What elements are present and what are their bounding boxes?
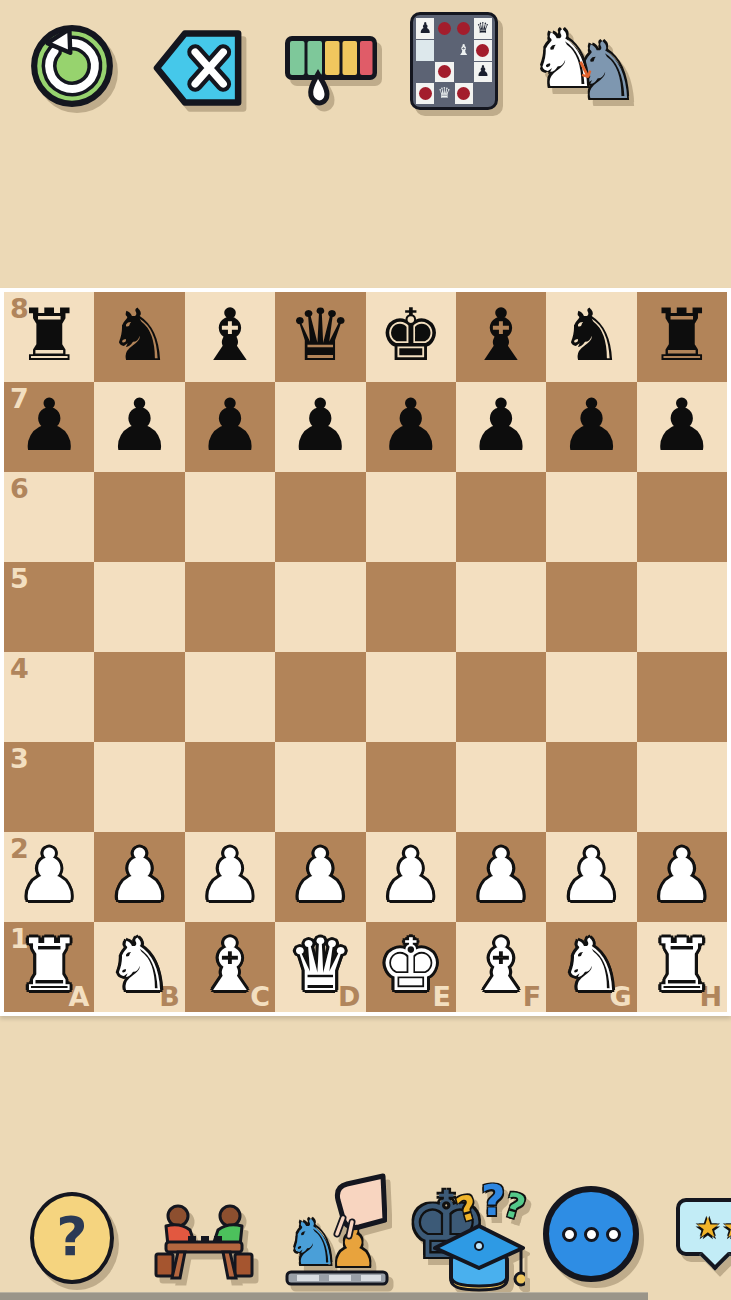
- help-button[interactable]: ?: [30, 1192, 114, 1284]
- square-e6[interactable]: [366, 472, 456, 562]
- black-rook[interactable]: ♜: [4, 290, 94, 380]
- black-pawn[interactable]: ♟: [275, 380, 365, 470]
- white-pawn[interactable]: ♟: [637, 830, 727, 920]
- square-b3[interactable]: [94, 742, 184, 832]
- make-move-button[interactable]: ♞ ♟: [285, 1176, 389, 1290]
- rank-label: 6: [10, 475, 29, 502]
- board-edge-icon: [285, 1270, 389, 1290]
- hint-meter-icon: [281, 99, 381, 118]
- mini-cell: [435, 40, 453, 61]
- square-g2[interactable]: ♟: [546, 832, 636, 922]
- square-f2[interactable]: ♟: [456, 832, 546, 922]
- square-h1[interactable]: H♜: [637, 922, 727, 1012]
- white-pawn[interactable]: ♟: [185, 830, 275, 920]
- square-g4[interactable]: [546, 652, 636, 742]
- chess-board-frame: 8♜♞♝♛♚♝♞♜7♟♟♟♟♟♟♟♟65432♟♟♟♟♟♟♟♟1A♜B♞C♝D♛…: [0, 288, 731, 1016]
- black-queen[interactable]: ♛: [275, 290, 365, 380]
- square-a3[interactable]: 3: [4, 742, 94, 832]
- square-c8[interactable]: ♝: [185, 292, 275, 382]
- black-pawn[interactable]: ♟: [637, 380, 727, 470]
- mini-cell: [416, 62, 434, 83]
- switch-sides-button[interactable]: ♞ ♞ ↘: [530, 16, 648, 114]
- square-d3[interactable]: [275, 742, 365, 832]
- rank-label: 5: [10, 565, 29, 592]
- black-pawn[interactable]: ♟: [456, 380, 546, 470]
- white-pawn[interactable]: ♟: [94, 830, 184, 920]
- square-g1[interactable]: G♞: [546, 922, 636, 1012]
- square-f6[interactable]: [456, 472, 546, 562]
- hand-icon: [307, 1172, 387, 1246]
- square-d6[interactable]: [275, 472, 365, 562]
- square-c2[interactable]: ♟: [185, 832, 275, 922]
- square-g3[interactable]: [546, 742, 636, 832]
- mini-cell: ♛: [474, 18, 492, 39]
- graduation-cap-icon: [433, 1222, 525, 1300]
- square-e4[interactable]: [366, 652, 456, 742]
- square-h7[interactable]: ♟: [637, 382, 727, 472]
- red-dot-icon: [438, 65, 451, 78]
- square-d5[interactable]: [275, 562, 365, 652]
- white-pawn[interactable]: ♟: [456, 830, 546, 920]
- hint-meter-button[interactable]: [281, 28, 381, 114]
- question-mark-icon: ?: [56, 1205, 87, 1268]
- mini-cell: [474, 83, 492, 104]
- stars-icon: ★★★: [695, 1211, 731, 1244]
- square-d8[interactable]: ♛: [275, 292, 365, 382]
- black-rook[interactable]: ♜: [637, 290, 727, 380]
- square-a7[interactable]: 7♟: [4, 382, 94, 472]
- square-h3[interactable]: [637, 742, 727, 832]
- red-dot-icon: [419, 87, 432, 100]
- square-d4[interactable]: [275, 652, 365, 742]
- rate-app-button[interactable]: ★★★: [676, 1198, 731, 1274]
- red-dot-icon: [457, 22, 470, 35]
- two-players-icon: [148, 1267, 260, 1286]
- learn-button[interactable]: ♚ ? ? ?: [405, 1170, 525, 1298]
- mini-cell: ♟: [474, 62, 492, 83]
- black-pawn[interactable]: ♟: [366, 380, 456, 470]
- red-dot-icon: [438, 22, 451, 35]
- white-pawn[interactable]: ♟: [546, 830, 636, 920]
- square-f7[interactable]: ♟: [456, 382, 546, 472]
- square-a2[interactable]: 2♟: [4, 832, 94, 922]
- mini-cell: ♝: [455, 40, 473, 61]
- square-a6[interactable]: 6: [4, 472, 94, 562]
- square-c1[interactable]: C♝: [185, 922, 275, 1012]
- chess-board[interactable]: 8♜♞♝♛♚♝♞♜7♟♟♟♟♟♟♟♟65432♟♟♟♟♟♟♟♟1A♜B♞C♝D♛…: [4, 292, 727, 1012]
- square-c3[interactable]: [185, 742, 275, 832]
- mini-cell: [435, 18, 453, 39]
- restart-button[interactable]: [28, 22, 116, 110]
- square-a5[interactable]: 5: [4, 562, 94, 652]
- dot-icon: [584, 1227, 599, 1242]
- square-b4[interactable]: [94, 652, 184, 742]
- square-g7[interactable]: ♟: [546, 382, 636, 472]
- black-pawn[interactable]: ♟: [94, 380, 184, 470]
- mini-cell: [435, 62, 453, 83]
- white-queen[interactable]: ♛: [275, 920, 365, 1010]
- white-bishop[interactable]: ♝: [185, 920, 275, 1010]
- square-h4[interactable]: [637, 652, 727, 742]
- square-a8[interactable]: 8♜: [4, 292, 94, 382]
- black-bishop[interactable]: ♝: [456, 290, 546, 380]
- white-king[interactable]: ♚: [366, 920, 456, 1010]
- rank-label: 4: [10, 655, 29, 682]
- square-f4[interactable]: [456, 652, 546, 742]
- white-rook[interactable]: ♜: [637, 920, 727, 1010]
- square-f1[interactable]: F♝: [456, 922, 546, 1012]
- black-pawn[interactable]: ♟: [546, 380, 636, 470]
- square-e2[interactable]: ♟: [366, 832, 456, 922]
- square-f5[interactable]: [456, 562, 546, 652]
- red-dot-icon: [457, 87, 470, 100]
- square-e1[interactable]: E♚: [366, 922, 456, 1012]
- square-a4[interactable]: 4: [4, 652, 94, 742]
- square-b6[interactable]: [94, 472, 184, 562]
- mini-cell: [455, 18, 473, 39]
- puzzle-board-icon: ♟♛♝♟♛: [410, 12, 498, 110]
- restart-icon: [28, 95, 116, 114]
- mini-cell: [474, 40, 492, 61]
- white-knight[interactable]: ♞: [94, 920, 184, 1010]
- square-g8[interactable]: ♞: [546, 292, 636, 382]
- square-c5[interactable]: [185, 562, 275, 652]
- square-b7[interactable]: ♟: [94, 382, 184, 472]
- mini-cell: [455, 83, 473, 104]
- system-bottom-bar: [0, 1292, 648, 1300]
- red-dot-icon: [476, 44, 489, 57]
- square-d7[interactable]: ♟: [275, 382, 365, 472]
- undo-button[interactable]: [150, 26, 246, 110]
- mini-cell: [416, 83, 434, 104]
- two-players-button[interactable]: [148, 1196, 260, 1282]
- dot-icon: [562, 1227, 577, 1242]
- square-h5[interactable]: [637, 562, 727, 652]
- square-e3[interactable]: [366, 742, 456, 832]
- square-c6[interactable]: [185, 472, 275, 562]
- square-e8[interactable]: ♚: [366, 292, 456, 382]
- black-knight[interactable]: ♞: [94, 290, 184, 380]
- square-h6[interactable]: [637, 472, 727, 562]
- square-f3[interactable]: [456, 742, 546, 832]
- more-options-button[interactable]: [543, 1186, 639, 1282]
- dot-icon: [606, 1227, 621, 1242]
- rank-label: 3: [10, 745, 29, 772]
- square-b2[interactable]: ♟: [94, 832, 184, 922]
- square-h2[interactable]: ♟: [637, 832, 727, 922]
- square-b5[interactable]: [94, 562, 184, 652]
- square-g5[interactable]: [546, 562, 636, 652]
- white-knight[interactable]: ♞: [546, 920, 636, 1010]
- puzzle-board-button[interactable]: ♟♛♝♟♛: [410, 12, 498, 110]
- square-b1[interactable]: B♞: [94, 922, 184, 1012]
- square-c4[interactable]: [185, 652, 275, 742]
- undo-backspace-icon: [150, 95, 246, 114]
- black-bishop[interactable]: ♝: [185, 290, 275, 380]
- square-h8[interactable]: ♜: [637, 292, 727, 382]
- white-pawn[interactable]: ♟: [4, 830, 94, 920]
- mini-cell: [416, 40, 434, 61]
- square-c7[interactable]: ♟: [185, 382, 275, 472]
- mini-cell: ♟: [416, 18, 434, 39]
- square-f8[interactable]: ♝: [456, 292, 546, 382]
- square-e7[interactable]: ♟: [366, 382, 456, 472]
- square-e5[interactable]: [366, 562, 456, 652]
- white-bishop[interactable]: ♝: [456, 920, 546, 1010]
- black-pawn[interactable]: ♟: [4, 380, 94, 470]
- mini-cell: [455, 62, 473, 83]
- square-b8[interactable]: ♞: [94, 292, 184, 382]
- black-king[interactable]: ♚: [366, 290, 456, 380]
- square-d2[interactable]: ♟: [275, 832, 365, 922]
- black-knight[interactable]: ♞: [546, 290, 636, 380]
- square-a1[interactable]: 1A♜: [4, 922, 94, 1012]
- square-d1[interactable]: D♛: [275, 922, 365, 1012]
- white-rook[interactable]: ♜: [4, 920, 94, 1010]
- mini-cell: ♛: [435, 83, 453, 104]
- square-g6[interactable]: [546, 472, 636, 562]
- white-pawn[interactable]: ♟: [366, 830, 456, 920]
- black-pawn[interactable]: ♟: [185, 380, 275, 470]
- white-pawn[interactable]: ♟: [275, 830, 365, 920]
